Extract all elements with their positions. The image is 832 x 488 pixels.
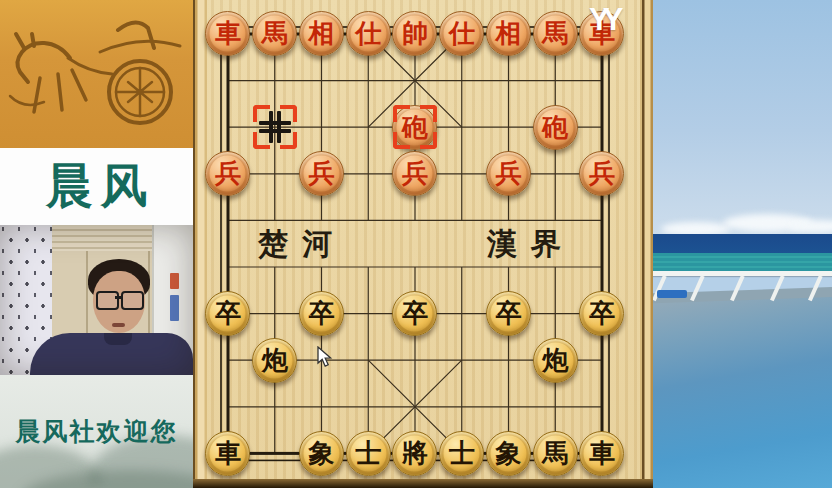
piece-red-n[interactable]: 馬	[533, 11, 578, 56]
board-point[interactable]	[532, 197, 579, 244]
board-point[interactable]	[298, 197, 345, 244]
board-point[interactable]: 將	[392, 430, 439, 477]
board-point[interactable]	[438, 197, 485, 244]
piece-black-a[interactable]: 士	[346, 431, 391, 476]
board-point[interactable]: 馬	[251, 11, 298, 58]
piece-red-p[interactable]: 兵	[392, 151, 437, 196]
piece-black-r[interactable]: 車	[579, 431, 624, 476]
piece-red-c[interactable]: 砲	[392, 105, 437, 150]
board-point[interactable]: 炮	[251, 337, 298, 384]
board-point[interactable]: 士	[345, 430, 392, 477]
board-point[interactable]: 帥	[392, 11, 439, 58]
board-point[interactable]	[485, 57, 532, 104]
board-point[interactable]: 車	[205, 11, 252, 58]
board-point[interactable]: 馬	[532, 11, 579, 58]
board-point[interactable]	[532, 244, 579, 291]
piece-black-p[interactable]: 卒	[205, 291, 250, 336]
piece-black-p[interactable]: 卒	[392, 291, 437, 336]
yy-watermark: YY	[589, 2, 616, 38]
piece-black-n[interactable]: 馬	[533, 431, 578, 476]
piece-red-k[interactable]: 帥	[392, 11, 437, 56]
board-point[interactable]: 兵	[485, 150, 532, 197]
board-point[interactable]	[532, 290, 579, 337]
board-point[interactable]: 卒	[579, 290, 626, 337]
board-point[interactable]	[345, 337, 392, 384]
board-point[interactable]	[298, 383, 345, 430]
xiangqi-board: 楚河 漢界 車馬相仕帥仕相馬車砲砲兵兵兵兵兵卒卒卒卒卒炮炮車象士將士象馬車 YY	[193, 0, 653, 488]
piece-red-c[interactable]: 砲	[533, 105, 578, 150]
board-point[interactable]: 兵	[392, 150, 439, 197]
board-point[interactable]	[579, 244, 626, 291]
piece-red-b[interactable]: 相	[299, 11, 344, 56]
board-point[interactable]: 砲	[532, 104, 579, 151]
board-point[interactable]	[579, 197, 626, 244]
piece-black-a[interactable]: 士	[439, 431, 484, 476]
board-point[interactable]	[251, 290, 298, 337]
piece-red-p[interactable]: 兵	[486, 151, 531, 196]
board-point[interactable]	[392, 337, 439, 384]
board-point[interactable]	[345, 197, 392, 244]
streamer-title: 晨风	[0, 148, 193, 225]
piece-black-c[interactable]: 炮	[252, 338, 297, 383]
board-point[interactable]	[532, 150, 579, 197]
board-point[interactable]: 兵	[298, 150, 345, 197]
board-point[interactable]: 兵	[205, 150, 252, 197]
piece-red-p[interactable]: 兵	[579, 151, 624, 196]
board-point[interactable]	[438, 337, 485, 384]
piece-black-b[interactable]: 象	[486, 431, 531, 476]
board-point[interactable]: 卒	[298, 290, 345, 337]
piece-black-c[interactable]: 炮	[533, 338, 578, 383]
ocean-backdrop	[653, 0, 832, 488]
board-point[interactable]	[205, 197, 252, 244]
piece-red-a[interactable]: 仕	[439, 11, 484, 56]
board-point[interactable]	[485, 244, 532, 291]
board-point[interactable]: 象	[298, 430, 345, 477]
board-point[interactable]	[485, 337, 532, 384]
board-point[interactable]	[485, 197, 532, 244]
mouse-cursor	[317, 346, 333, 368]
board-point[interactable]	[485, 104, 532, 151]
board-point[interactable]	[392, 57, 439, 104]
board-point[interactable]: 卒	[392, 290, 439, 337]
piece-red-n[interactable]: 馬	[252, 11, 297, 56]
board-point[interactable]	[205, 104, 252, 151]
streamer-name-text: 晨风	[38, 155, 156, 218]
piece-red-a[interactable]: 仕	[346, 11, 391, 56]
board-point[interactable]	[438, 244, 485, 291]
board-point[interactable]: 士	[438, 430, 485, 477]
board-point[interactable]: 馬	[532, 430, 579, 477]
board-bottom-edge	[193, 479, 653, 488]
board-point[interactable]	[579, 57, 626, 104]
chariot-artwork	[0, 0, 193, 148]
webcam-video	[0, 225, 193, 375]
piece-black-p[interactable]: 卒	[579, 291, 624, 336]
board-point[interactable]: 相	[298, 11, 345, 58]
board-point[interactable]: 仕	[345, 11, 392, 58]
board-point[interactable]	[485, 383, 532, 430]
board-point[interactable]	[345, 383, 392, 430]
pool-water	[653, 296, 832, 488]
board-point[interactable]	[532, 57, 579, 104]
board-point[interactable]	[438, 57, 485, 104]
piece-black-b[interactable]: 象	[299, 431, 344, 476]
board-point[interactable]	[438, 150, 485, 197]
board-point[interactable]: 象	[485, 430, 532, 477]
board-point[interactable]	[579, 383, 626, 430]
board-point[interactable]	[579, 337, 626, 384]
board-point[interactable]: 相	[485, 11, 532, 58]
welcome-text: 晨风社欢迎您	[16, 415, 178, 448]
board-point[interactable]	[251, 383, 298, 430]
board-point[interactable]	[205, 337, 252, 384]
board-point[interactable]	[345, 104, 392, 151]
piece-grid: 車馬相仕帥仕相馬車砲砲兵兵兵兵兵卒卒卒卒卒炮炮車象士將士象馬車	[205, 11, 626, 477]
board-point[interactable]	[438, 104, 485, 151]
board-point[interactable]	[298, 104, 345, 151]
board-point[interactable]	[532, 383, 579, 430]
board-point[interactable]	[251, 430, 298, 477]
board-point[interactable]	[298, 57, 345, 104]
stream-frame: 晨风 晨风社欢迎您	[0, 0, 832, 488]
board-point[interactable]	[392, 244, 439, 291]
board-point[interactable]	[392, 197, 439, 244]
sky	[653, 0, 832, 238]
board-point[interactable]	[392, 383, 439, 430]
board-point[interactable]: 卒	[485, 290, 532, 337]
board-point[interactable]: 兵	[579, 150, 626, 197]
board-point[interactable]	[251, 57, 298, 104]
board-point[interactable]: 仕	[438, 11, 485, 58]
piece-red-p[interactable]: 兵	[299, 151, 344, 196]
board-point[interactable]	[251, 244, 298, 291]
board-point[interactable]	[298, 244, 345, 291]
board-point[interactable]	[251, 197, 298, 244]
board-point[interactable]	[205, 57, 252, 104]
welcome-banner: 晨风社欢迎您	[0, 375, 193, 488]
board-point[interactable]	[205, 383, 252, 430]
board-point[interactable]	[438, 290, 485, 337]
board-point[interactable]	[345, 244, 392, 291]
board-point[interactable]	[345, 290, 392, 337]
board-point[interactable]	[579, 104, 626, 151]
piece-black-p[interactable]: 卒	[486, 291, 531, 336]
board-point[interactable]: 卒	[205, 290, 252, 337]
sidebar: 晨风 晨风社欢迎您	[0, 0, 193, 488]
board-point[interactable]	[205, 244, 252, 291]
board-point[interactable]: 車	[579, 430, 626, 477]
board-point[interactable]	[345, 57, 392, 104]
piece-black-r[interactable]: 車	[205, 431, 250, 476]
board-point[interactable]	[438, 383, 485, 430]
piece-red-p[interactable]: 兵	[205, 151, 250, 196]
board-point[interactable]: 炮	[532, 337, 579, 384]
board-point[interactable]	[251, 104, 298, 151]
board-point[interactable]	[251, 150, 298, 197]
board-point[interactable]: 車	[205, 430, 252, 477]
board-point[interactable]: 砲	[392, 104, 439, 151]
piece-black-p[interactable]: 卒	[299, 291, 344, 336]
piece-black-k[interactable]: 將	[392, 431, 437, 476]
piece-red-b[interactable]: 相	[486, 11, 531, 56]
piece-red-r[interactable]: 車	[205, 11, 250, 56]
board-point[interactable]	[345, 150, 392, 197]
